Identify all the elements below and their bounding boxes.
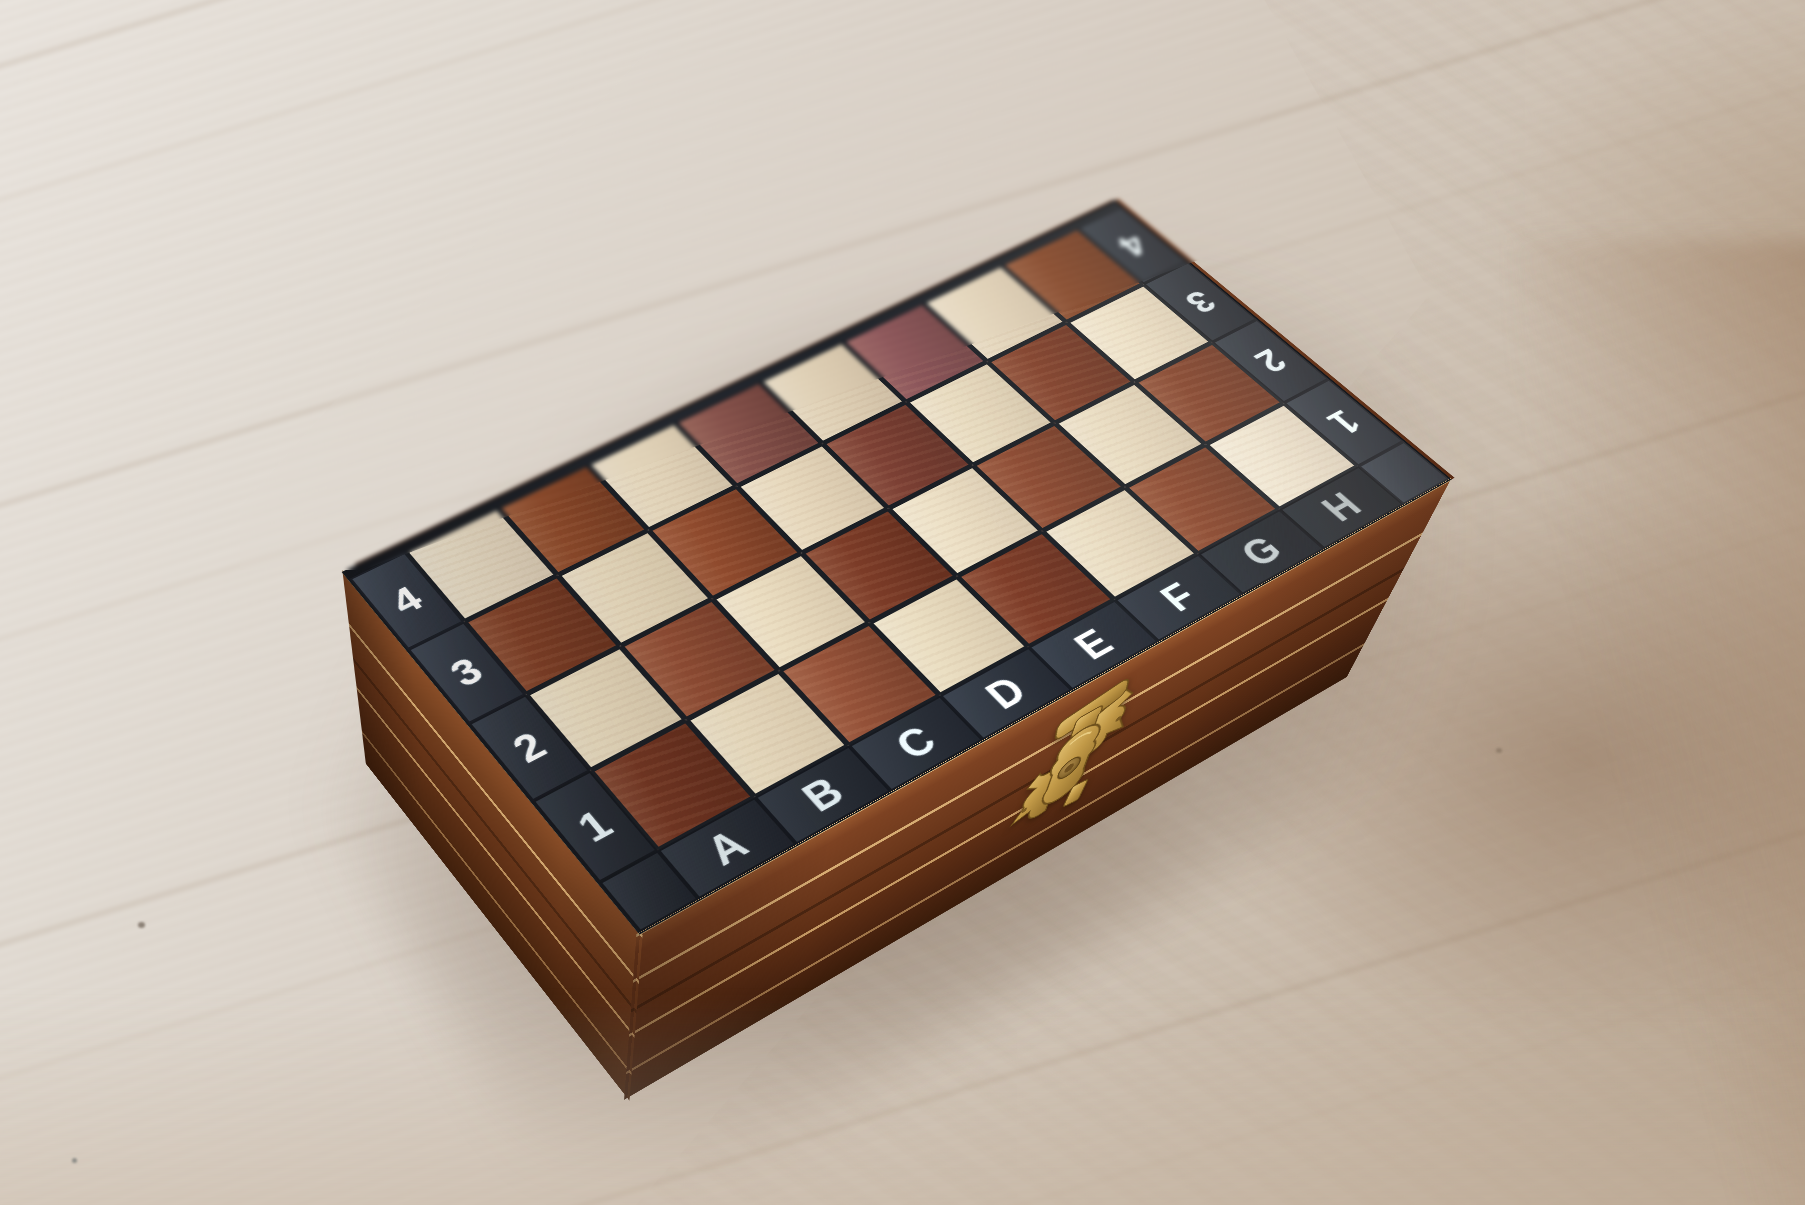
rank-label-right-text: 3 [1176,284,1225,319]
photo-of-closed-chess-box: 44332211ABCDEFGH [0,0,1805,1205]
foreground-blur-right [1515,240,1805,1205]
rank-label-right-text: 1 [1318,403,1370,441]
rank-label-right-text: 2 [1245,342,1295,379]
